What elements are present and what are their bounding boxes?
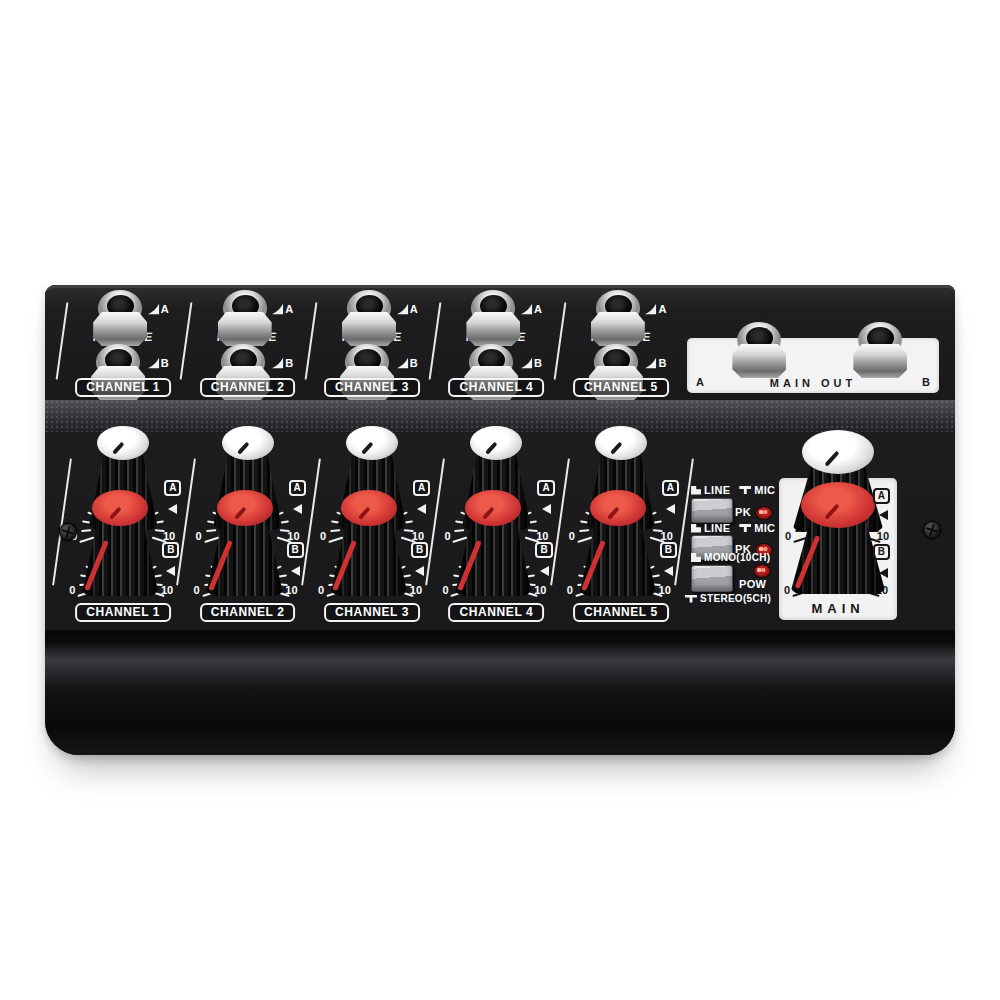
mono-stereo-switch[interactable] [691,565,733,592]
channel-1-label: CHANNEL 1 [75,603,171,622]
main-label: MAIN [779,601,897,616]
channel-5-jack-a [591,290,645,346]
channel-2-top-label: CHANNEL 2 [200,378,296,397]
arrow-icon [879,510,888,520]
product-photo: MIC/LINE A B CHANNEL 1 MIC/LINE A B CHAN… [0,0,1000,1000]
wedge-icon [396,357,409,369]
wedge-icon [644,303,657,315]
wedge-icon [644,357,657,369]
arrow-icon [664,566,673,576]
badge-a: A [413,480,430,496]
arrow-icon [542,504,551,514]
channel-3-top-label: CHANNEL 3 [324,378,420,397]
channel-4-top-label: CHANNEL 4 [448,378,544,397]
mixer-base [45,630,955,755]
badge-b: B [873,544,890,560]
channel-5-knob-b[interactable] [579,490,657,596]
switch-down-icon [691,486,701,495]
badge-a: A [662,480,679,496]
top-channel-5: MIC/LINE A B CHANNEL 5 [559,288,683,400]
channel-3-knob-b[interactable] [330,490,408,596]
channel-4-label: CHANNEL 4 [448,603,544,622]
main-out-jack-b [853,322,907,378]
wedge-icon [271,357,284,369]
switch-down-icon [691,553,701,562]
channel-4-knob-b[interactable] [454,490,532,596]
main-knob-b[interactable] [790,482,886,594]
switch-up-icon [739,524,751,532]
line-mic-switch-1[interactable] [691,498,733,523]
arrow-icon [168,504,177,514]
channel-5-top-label: CHANNEL 5 [573,378,669,397]
switch-up-icon [685,595,697,603]
wedge-icon [520,357,533,369]
front-channel-strip-4: 010 A 010 B CHANNEL 4 [434,432,558,630]
screw [59,523,77,541]
top-channel-4: MIC/LINE A B CHANNEL 4 [434,288,558,400]
main-out-panel: A MAIN OUT B [687,338,939,393]
wedge-icon [520,303,533,315]
arrow-icon [415,566,424,576]
arrow-icon [540,566,549,576]
channel-3-label: CHANNEL 3 [324,603,420,622]
front-channel-strip-1: 010 A 010 B CHANNEL 1 [61,432,185,630]
channel-3-jack-a [342,290,396,346]
channel-2-jack-a [218,290,272,346]
arrow-icon [417,504,426,514]
badge-b: B [411,542,428,558]
badge-a: A [289,480,306,496]
arrow-icon [293,504,302,514]
arrow-icon [666,504,675,514]
wedge-icon [147,303,160,315]
wedge-icon [271,303,284,315]
pk-led-1 [755,506,773,520]
switch-down-icon [691,524,701,533]
main-out-jack-a [732,322,786,378]
jack-panel: MIC/LINE A B CHANNEL 1 MIC/LINE A B CHAN… [45,285,955,400]
front-channel-strip-2: 010 A 010 B CHANNEL 2 [185,432,309,630]
badge-b: B [287,542,304,558]
main-out-label: MAIN OUT [687,377,939,389]
arrow-icon [291,566,300,576]
channel-4-jack-a [466,290,520,346]
control-panel: 010 A 010 B CHANNEL 1 010 A 010 B CHANNE… [45,432,955,630]
audio-mixer: MIC/LINE A B CHANNEL 1 MIC/LINE A B CHAN… [45,285,955,755]
top-channel-1: MIC/LINE A B CHANNEL 1 [61,288,185,400]
front-channel-strip-5: 010 A 010 B CHANNEL 5 [559,432,683,630]
wedge-icon [147,357,160,369]
wedge-icon [396,303,409,315]
screw [923,521,941,539]
channel-2-label: CHANNEL 2 [200,603,296,622]
badge-a: A [873,488,890,504]
top-channel-3: MIC/LINE A B CHANNEL 3 [310,288,434,400]
badge-b: B [162,542,179,558]
channel-1-jack-a [93,290,147,346]
main-section: 010 A 010 B MAIN [779,432,897,630]
switch-up-icon [739,486,751,494]
channel-2-knob-b[interactable] [206,490,284,596]
badge-a: A [537,480,554,496]
top-channel-2: MIC/LINE A B CHANNEL 2 [185,288,309,400]
channel-5-label: CHANNEL 5 [573,603,669,622]
arrow-icon [166,566,175,576]
power-led [753,564,771,578]
badge-b: B [535,542,552,558]
channel-1-knob-b[interactable] [81,490,159,596]
arrow-icon [879,568,888,578]
badge-a: A [164,480,181,496]
channel-1-top-label: CHANNEL 1 [75,378,171,397]
front-channel-strip-3: 010 A 010 B CHANNEL 3 [310,432,434,630]
badge-b: B [660,542,677,558]
switch-section: LINE MIC PK LINE MIC PK MONO(10CH) [683,432,779,630]
